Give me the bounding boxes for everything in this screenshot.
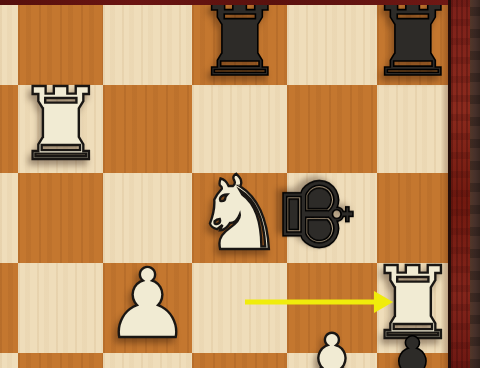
white-pawn-e5[interactable]: ♟ — [104, 256, 190, 352]
square-d5[interactable] — [18, 263, 103, 353]
square-e5[interactable]: ♟ — [103, 263, 192, 353]
black-rook-h8[interactable]: ♜ — [368, 5, 448, 91]
square-d4[interactable] — [18, 353, 103, 368]
black-king-g6[interactable]: ♚ — [268, 171, 364, 257]
square-c6[interactable] — [0, 173, 18, 263]
square-g6[interactable]: ♚ — [287, 173, 377, 263]
black-pawn-h4[interactable]: ♟ — [373, 326, 448, 368]
square-f5[interactable] — [192, 263, 287, 353]
square-f8[interactable]: ♜ — [192, 5, 287, 85]
board-frame-right — [448, 0, 480, 368]
square-g8[interactable] — [287, 5, 377, 85]
square-c5[interactable] — [0, 263, 18, 353]
square-h4[interactable]: ♟ — [377, 353, 448, 368]
square-e8[interactable] — [103, 5, 192, 85]
square-e7[interactable] — [103, 85, 192, 173]
chess-diagram: ♜♜♜♞♚♟♜♟♟ — [0, 0, 480, 368]
square-h8[interactable]: ♜ — [377, 5, 448, 85]
frame-outer-edge — [470, 0, 480, 368]
square-f4[interactable] — [192, 353, 287, 368]
black-rook-f8[interactable]: ♜ — [195, 5, 285, 91]
square-d6[interactable] — [18, 173, 103, 263]
frame-mahogany-wood — [451, 0, 470, 368]
square-g4[interactable]: ♟ — [287, 353, 377, 368]
white-pawn-g4[interactable]: ♟ — [293, 323, 372, 368]
chessboard: ♜♜♜♞♚♟♜♟♟ — [0, 5, 448, 368]
square-g7[interactable] — [287, 85, 377, 173]
square-c4[interactable] — [0, 353, 18, 368]
white-rook-d7[interactable]: ♜ — [16, 75, 106, 175]
square-d7[interactable]: ♜ — [18, 85, 103, 173]
